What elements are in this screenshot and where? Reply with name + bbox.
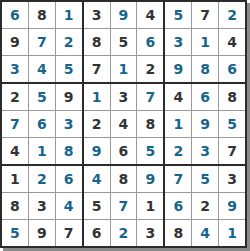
- cell-r2c7[interactable]: 3: [165, 29, 191, 55]
- sudoku-box-1: 681972345: [2, 2, 82, 82]
- cell-r5c1[interactable]: 7: [2, 111, 28, 137]
- cell-r7c2[interactable]: 2: [29, 166, 55, 192]
- cell-r3c6[interactable]: 2: [137, 56, 163, 82]
- sudoku-board: 6819723453948567125723149862597634181372…: [0, 0, 247, 248]
- cell-r4c2[interactable]: 5: [29, 84, 55, 110]
- cell-r9c9[interactable]: 1: [219, 220, 245, 246]
- sudoku-box-4: 259763418: [2, 84, 82, 164]
- cell-r5c3[interactable]: 3: [56, 111, 82, 137]
- sudoku-box-5: 137248965: [84, 84, 164, 164]
- cell-r4c5[interactable]: 3: [111, 84, 137, 110]
- cell-r3c7[interactable]: 9: [165, 56, 191, 82]
- cell-r6c3[interactable]: 8: [56, 138, 82, 164]
- cell-r2c8[interactable]: 1: [192, 29, 218, 55]
- cell-r7c3[interactable]: 6: [56, 166, 82, 192]
- cell-r8c8[interactable]: 2: [192, 193, 218, 219]
- cell-r6c9[interactable]: 7: [219, 138, 245, 164]
- cell-r6c6[interactable]: 5: [137, 138, 163, 164]
- cell-r1c2[interactable]: 8: [29, 2, 55, 28]
- sudoku-box-8: 489571623: [84, 166, 164, 246]
- cell-r6c5[interactable]: 6: [111, 138, 137, 164]
- cell-r2c2[interactable]: 7: [29, 29, 55, 55]
- cell-r1c4[interactable]: 3: [84, 2, 110, 28]
- cell-r6c2[interactable]: 1: [29, 138, 55, 164]
- cell-r4c6[interactable]: 7: [137, 84, 163, 110]
- sudoku-box-9: 753629841: [165, 166, 245, 246]
- cell-r1c5[interactable]: 9: [111, 2, 137, 28]
- cell-r3c4[interactable]: 7: [84, 56, 110, 82]
- cell-r2c4[interactable]: 8: [84, 29, 110, 55]
- cell-r8c4[interactable]: 5: [84, 193, 110, 219]
- cell-r9c5[interactable]: 2: [111, 220, 137, 246]
- cell-r4c4[interactable]: 1: [84, 84, 110, 110]
- cell-r8c3[interactable]: 4: [56, 193, 82, 219]
- cell-r2c5[interactable]: 5: [111, 29, 137, 55]
- cell-r8c6[interactable]: 1: [137, 193, 163, 219]
- cell-r4c7[interactable]: 4: [165, 84, 191, 110]
- cell-r9c2[interactable]: 9: [29, 220, 55, 246]
- cell-r2c6[interactable]: 6: [137, 29, 163, 55]
- cell-r5c4[interactable]: 2: [84, 111, 110, 137]
- cell-r1c6[interactable]: 4: [137, 2, 163, 28]
- cell-r6c7[interactable]: 2: [165, 138, 191, 164]
- cell-r9c1[interactable]: 5: [2, 220, 28, 246]
- cell-r5c8[interactable]: 9: [192, 111, 218, 137]
- cell-r5c7[interactable]: 1: [165, 111, 191, 137]
- cell-r7c5[interactable]: 8: [111, 166, 137, 192]
- cell-r5c6[interactable]: 8: [137, 111, 163, 137]
- cell-r3c8[interactable]: 8: [192, 56, 218, 82]
- cell-r5c2[interactable]: 6: [29, 111, 55, 137]
- cell-r1c3[interactable]: 1: [56, 2, 82, 28]
- cell-r7c4[interactable]: 4: [84, 166, 110, 192]
- cell-r5c9[interactable]: 5: [219, 111, 245, 137]
- cell-r2c9[interactable]: 4: [219, 29, 245, 55]
- cell-r3c2[interactable]: 4: [29, 56, 55, 82]
- cell-r2c1[interactable]: 9: [2, 29, 28, 55]
- cell-r7c8[interactable]: 5: [192, 166, 218, 192]
- cell-r1c8[interactable]: 7: [192, 2, 218, 28]
- cell-r3c5[interactable]: 1: [111, 56, 137, 82]
- cell-r6c4[interactable]: 9: [84, 138, 110, 164]
- cell-r7c6[interactable]: 9: [137, 166, 163, 192]
- cell-r3c3[interactable]: 5: [56, 56, 82, 82]
- cell-r8c9[interactable]: 9: [219, 193, 245, 219]
- cell-r7c1[interactable]: 1: [2, 166, 28, 192]
- cell-r4c9[interactable]: 8: [219, 84, 245, 110]
- cell-r6c8[interactable]: 3: [192, 138, 218, 164]
- cell-r9c6[interactable]: 3: [137, 220, 163, 246]
- cell-r1c9[interactable]: 2: [219, 2, 245, 28]
- cell-r8c7[interactable]: 6: [165, 193, 191, 219]
- cell-r9c4[interactable]: 6: [84, 220, 110, 246]
- cell-r1c1[interactable]: 6: [2, 2, 28, 28]
- sudoku-box-3: 572314986: [165, 2, 245, 82]
- cell-r4c8[interactable]: 6: [192, 84, 218, 110]
- cell-r2c3[interactable]: 2: [56, 29, 82, 55]
- cell-r4c1[interactable]: 2: [2, 84, 28, 110]
- cell-r9c8[interactable]: 4: [192, 220, 218, 246]
- cell-r8c1[interactable]: 8: [2, 193, 28, 219]
- cell-r9c3[interactable]: 7: [56, 220, 82, 246]
- cell-r6c1[interactable]: 4: [2, 138, 28, 164]
- cell-r3c1[interactable]: 3: [2, 56, 28, 82]
- cell-r8c2[interactable]: 3: [29, 193, 55, 219]
- sudoku-app: 6819723453948567125723149862597634181372…: [0, 0, 250, 251]
- cell-r8c5[interactable]: 7: [111, 193, 137, 219]
- sudoku-box-7: 126834597: [2, 166, 82, 246]
- cell-r9c7[interactable]: 8: [165, 220, 191, 246]
- cell-r5c5[interactable]: 4: [111, 111, 137, 137]
- sudoku-box-2: 394856712: [84, 2, 164, 82]
- cell-r4c3[interactable]: 9: [56, 84, 82, 110]
- cell-r1c7[interactable]: 5: [165, 2, 191, 28]
- sudoku-box-6: 468195237: [165, 84, 245, 164]
- cell-r3c9[interactable]: 6: [219, 56, 245, 82]
- cell-r7c9[interactable]: 3: [219, 166, 245, 192]
- cell-r7c7[interactable]: 7: [165, 166, 191, 192]
